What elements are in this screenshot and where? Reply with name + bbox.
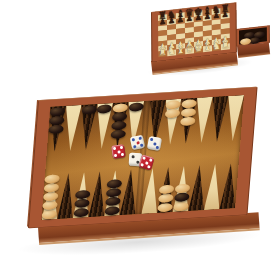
die-pip [114,153,117,156]
light-checker[interactable] [165,109,181,119]
chess-square[interactable]: ♜ [221,43,230,50]
dark-checker[interactable] [49,116,65,126]
die-pip [119,146,122,149]
light-checker[interactable] [44,183,60,193]
chess-board: ♜♞♝♛♚♝♞♜♟♟♟♟♟♟♟♟♟♟♟♟♟♟♟♟♜♞♝♛♚♝♞♜ [151,2,237,62]
dark-checker[interactable] [75,190,91,200]
die-pip [131,155,134,158]
chess-square[interactable]: ♝ [176,48,185,55]
backgammon-point-bottom-12[interactable] [219,163,238,209]
chess-grid: ♜♞♝♛♚♝♞♜♟♟♟♟♟♟♟♟♟♟♟♟♟♟♟♟♜♞♝♛♚♝♞♜ [158,7,230,57]
light-checker[interactable] [45,174,61,184]
dark-checker[interactable] [106,188,122,198]
chess-piece-white-b[interactable]: ♝ [176,45,185,56]
red-die[interactable] [111,144,126,159]
backgammon-point-top-12[interactable] [225,95,244,141]
light-checker[interactable] [159,185,175,195]
light-checker[interactable] [180,116,196,126]
dark-checker[interactable] [110,130,126,140]
die-pip [120,152,123,155]
chess-piece-white-q[interactable]: ♛ [185,44,194,55]
white-die[interactable] [130,135,145,150]
chess-square[interactable]: ♞ [212,44,221,51]
chess-piece-white-r[interactable]: ♜ [221,40,230,51]
white-die[interactable] [147,136,162,151]
die-pip [155,145,158,148]
chess-square[interactable]: ♚ [194,46,203,53]
chess-piece-white-b[interactable]: ♝ [203,42,212,53]
light-checker[interactable] [180,108,196,118]
chess-piece-white-n[interactable]: ♞ [212,41,221,52]
backgammon-point-top-2[interactable] [62,105,81,151]
die-pip [141,163,145,167]
chess-square[interactable]: ♜ [158,50,167,57]
light-checker[interactable] [174,184,190,194]
drawer-front-face [237,42,270,58]
dark-checker[interactable] [107,179,123,189]
backgammon-point-bottom-11[interactable] [204,164,223,210]
chess-square[interactable]: ♝ [203,45,212,52]
chess-piece-white-r[interactable]: ♜ [158,47,167,58]
light-checker[interactable] [43,192,59,202]
backgammon-point-top-11[interactable] [209,96,228,142]
dark-checker[interactable] [111,121,127,131]
die-pip [148,158,152,162]
dark-checker[interactable] [49,124,65,134]
die-pip [138,137,142,141]
die-pip [133,144,137,148]
chess-piece-white-k[interactable]: ♚ [194,43,203,54]
drawer-cavity [239,27,267,44]
chess-square[interactable]: ♛ [185,47,194,54]
chess-piece-white-n[interactable]: ♞ [167,46,176,57]
game-set-photo: ♜♞♝♛♚♝♞♜♟♟♟♟♟♟♟♟♟♟♟♟♟♟♟♟♜♞♝♛♚♝♞♜ [0,0,276,276]
die-pip [139,143,143,147]
dark-checker[interactable] [112,112,128,122]
die-pip [147,164,151,168]
backgammon-point-top-10[interactable] [194,97,213,143]
backgammon-point-bottom-10[interactable] [188,165,207,211]
chess-square[interactable]: ♞ [167,49,176,56]
